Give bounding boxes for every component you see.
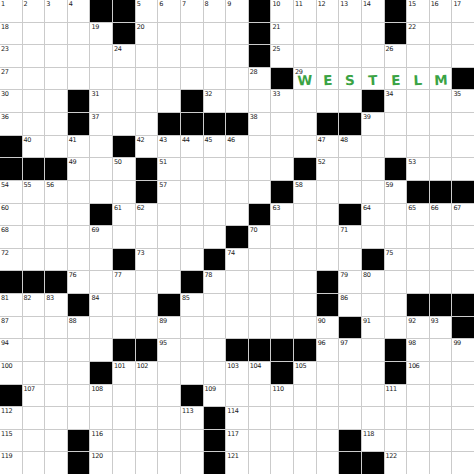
cell-r5-c19[interactable] [430,113,452,135]
cell-r6-c6[interactable]: 42 [136,136,158,158]
cell-r16-c9[interactable] [204,362,226,384]
cell-r19-c13[interactable] [294,430,316,452]
cell-r13-c11[interactable] [249,294,271,316]
cell-r7-c8[interactable] [181,158,203,180]
cell-r14-c7[interactable]: 89 [158,317,180,339]
cell-r8-c5[interactable] [113,181,135,203]
cell-r14-c9[interactable] [204,317,226,339]
cell-r3-c11[interactable]: 28 [249,68,271,90]
cell-r16-c14[interactable] [317,362,339,384]
cell-r2-c18[interactable] [407,45,429,67]
cell-r16-c18[interactable]: 106 [407,362,429,384]
cell-r20-c0[interactable]: 119 [0,452,22,474]
cell-r17-c16[interactable] [362,385,384,407]
cell-r5-c11[interactable]: 38 [249,113,271,135]
cell-r0-c10[interactable]: 9 [226,0,248,22]
cell-r4-c5[interactable] [113,90,135,112]
cell-r2-c0[interactable]: 23 [0,45,22,67]
cell-r16-c0[interactable]: 100 [0,362,22,384]
cell-r12-c11[interactable] [249,271,271,293]
cell-r11-c8[interactable] [181,249,203,271]
cell-r8-c7[interactable]: 57 [158,181,180,203]
cell-r13-c13[interactable] [294,294,316,316]
cell-r6-c20[interactable] [452,136,474,158]
cell-r13-c9[interactable] [204,294,226,316]
cell-r9-c18[interactable]: 65 [407,204,429,226]
cell-r6-c4[interactable] [90,136,112,158]
cell-r9-c0[interactable]: 60 [0,204,22,226]
cell-r16-c10[interactable]: 103 [226,362,248,384]
cell-r6-c12[interactable] [271,136,293,158]
cell-r19-c16[interactable]: 118 [362,430,384,452]
cell-r2-c6[interactable] [136,45,158,67]
cell-r20-c11[interactable] [249,452,271,474]
cell-r2-c9[interactable] [204,45,226,67]
cell-r10-c15[interactable]: 71 [339,226,361,248]
cell-r9-c1[interactable] [23,204,45,226]
cell-r9-c10[interactable] [226,204,248,226]
cell-r15-c18[interactable]: 98 [407,339,429,361]
cell-r10-c18[interactable] [407,226,429,248]
cell-r14-c2[interactable] [45,317,67,339]
cell-r11-c6[interactable]: 73 [136,249,158,271]
cell-r15-c19[interactable] [430,339,452,361]
cell-r18-c4[interactable] [90,407,112,429]
cell-r17-c1[interactable]: 107 [23,385,45,407]
cell-r20-c7[interactable] [158,452,180,474]
cell-r1-c20[interactable] [452,23,474,45]
cell-r6-c9[interactable]: 45 [204,136,226,158]
cell-r12-c6[interactable] [136,271,158,293]
cell-r0-c14[interactable]: 12 [317,0,339,22]
cell-r3-c1[interactable] [23,68,45,90]
cell-r17-c2[interactable] [45,385,67,407]
cell-r6-c7[interactable]: 43 [158,136,180,158]
cell-r3-c0[interactable]: 27 [0,68,22,90]
cell-r2-c10[interactable] [226,45,248,67]
cell-r6-c13[interactable] [294,136,316,158]
cell-r0-c15[interactable]: 13 [339,0,361,22]
cell-r16-c2[interactable] [45,362,67,384]
cell-r6-c1[interactable]: 40 [23,136,45,158]
cell-r6-c18[interactable] [407,136,429,158]
cell-r1-c15[interactable] [339,23,361,45]
cell-r14-c3[interactable]: 88 [68,317,90,339]
cell-r2-c17[interactable]: 26 [385,45,407,67]
cell-r17-c7[interactable] [158,385,180,407]
cell-r18-c15[interactable] [339,407,361,429]
cell-r9-c14[interactable] [317,204,339,226]
cell-r5-c6[interactable] [136,113,158,135]
cell-r15-c20[interactable]: 99 [452,339,474,361]
cell-r9-c2[interactable] [45,204,67,226]
cell-r2-c13[interactable] [294,45,316,67]
cell-r19-c18[interactable] [407,430,429,452]
cell-r18-c13[interactable] [294,407,316,429]
cell-r18-c5[interactable] [113,407,135,429]
cell-r17-c15[interactable] [339,385,361,407]
cell-r12-c20[interactable] [452,271,474,293]
cell-r11-c1[interactable] [23,249,45,271]
cell-r18-c1[interactable] [23,407,45,429]
cell-r11-c18[interactable] [407,249,429,271]
cell-r3-c19[interactable]: M [430,68,452,90]
cell-r12-c12[interactable] [271,271,293,293]
cell-r15-c14[interactable]: 96 [317,339,339,361]
cell-r0-c18[interactable]: 15 [407,0,429,22]
cell-r14-c12[interactable] [271,317,293,339]
cell-r10-c17[interactable] [385,226,407,248]
cell-r14-c10[interactable] [226,317,248,339]
cell-r10-c16[interactable] [362,226,384,248]
cell-r2-c3[interactable] [68,45,90,67]
cell-r20-c8[interactable] [181,452,203,474]
cell-r9-c7[interactable] [158,204,180,226]
cell-r1-c0[interactable]: 18 [0,23,22,45]
cell-r18-c0[interactable]: 112 [0,407,22,429]
cell-r6-c15[interactable]: 48 [339,136,361,158]
cell-r12-c5[interactable]: 77 [113,271,135,293]
cell-r0-c7[interactable]: 6 [158,0,180,22]
cell-r3-c13[interactable]: 29W [294,68,316,90]
cell-r19-c14[interactable] [317,430,339,452]
cell-r7-c9[interactable] [204,158,226,180]
cell-r0-c20[interactable]: 17 [452,0,474,22]
cell-r19-c5[interactable] [113,430,135,452]
cell-r19-c1[interactable] [23,430,45,452]
cell-r5-c4[interactable]: 37 [90,113,112,135]
cell-r7-c16[interactable] [362,158,384,180]
cell-r16-c13[interactable]: 105 [294,362,316,384]
cell-r1-c16[interactable] [362,23,384,45]
cell-r4-c14[interactable] [317,90,339,112]
cell-r1-c2[interactable] [45,23,67,45]
cell-r0-c8[interactable]: 7 [181,0,203,22]
cell-r17-c17[interactable]: 111 [385,385,407,407]
cell-r2-c4[interactable] [90,45,112,67]
cell-r7-c20[interactable] [452,158,474,180]
cell-r14-c17[interactable] [385,317,407,339]
cell-r10-c20[interactable] [452,226,474,248]
cell-r13-c10[interactable] [226,294,248,316]
cell-r14-c18[interactable]: 92 [407,317,429,339]
cell-r4-c17[interactable]: 34 [385,90,407,112]
cell-r8-c10[interactable] [226,181,248,203]
cell-r2-c19[interactable] [430,45,452,67]
cell-r19-c8[interactable] [181,430,203,452]
cell-r19-c11[interactable] [249,430,271,452]
cell-r14-c19[interactable]: 93 [430,317,452,339]
cell-r3-c10[interactable] [226,68,248,90]
cell-r7-c7[interactable]: 51 [158,158,180,180]
cell-r3-c18[interactable]: L [407,68,429,90]
cell-r15-c1[interactable] [23,339,45,361]
cell-r5-c2[interactable] [45,113,67,135]
cell-r2-c14[interactable] [317,45,339,67]
cell-r15-c8[interactable] [181,339,203,361]
cell-r16-c20[interactable] [452,362,474,384]
cell-r12-c13[interactable] [294,271,316,293]
cell-r2-c20[interactable] [452,45,474,67]
cell-r10-c7[interactable] [158,226,180,248]
cell-r0-c12[interactable]: 10 [271,0,293,22]
cell-r13-c8[interactable]: 85 [181,294,203,316]
cell-r12-c3[interactable]: 76 [68,271,90,293]
cell-r16-c1[interactable] [23,362,45,384]
cell-r3-c5[interactable] [113,68,135,90]
cell-r7-c18[interactable]: 53 [407,158,429,180]
cell-r3-c2[interactable] [45,68,67,90]
cell-r8-c16[interactable] [362,181,384,203]
cell-r19-c20[interactable] [452,430,474,452]
cell-r1-c3[interactable] [68,23,90,45]
cell-r17-c4[interactable]: 108 [90,385,112,407]
cell-r11-c13[interactable] [294,249,316,271]
cell-r14-c6[interactable] [136,317,158,339]
cell-r4-c10[interactable] [226,90,248,112]
cell-r20-c17[interactable]: 122 [385,452,407,474]
cell-r11-c2[interactable] [45,249,67,271]
cell-r7-c14[interactable]: 52 [317,158,339,180]
cell-r0-c6[interactable]: 5 [136,0,158,22]
cell-r0-c16[interactable]: 14 [362,0,384,22]
cell-r15-c0[interactable]: 94 [0,339,22,361]
cell-r5-c0[interactable]: 36 [0,113,22,135]
cell-r3-c15[interactable]: S [339,68,361,90]
cell-r0-c1[interactable]: 2 [23,0,45,22]
cell-r9-c5[interactable]: 61 [113,204,135,226]
cell-r13-c0[interactable]: 81 [0,294,22,316]
cell-r3-c6[interactable] [136,68,158,90]
cell-r16-c6[interactable]: 102 [136,362,158,384]
cell-r4-c6[interactable] [136,90,158,112]
cell-r18-c19[interactable] [430,407,452,429]
cell-r11-c10[interactable]: 74 [226,249,248,271]
cell-r1-c4[interactable]: 19 [90,23,112,45]
cell-r19-c4[interactable]: 116 [90,430,112,452]
cell-r2-c7[interactable] [158,45,180,67]
cell-r10-c11[interactable]: 70 [249,226,271,248]
cell-r11-c4[interactable] [90,249,112,271]
cell-r11-c20[interactable] [452,249,474,271]
cell-r10-c14[interactable] [317,226,339,248]
cell-r17-c12[interactable]: 110 [271,385,293,407]
cell-r16-c15[interactable] [339,362,361,384]
cell-r6-c16[interactable] [362,136,384,158]
cell-r17-c14[interactable] [317,385,339,407]
cell-r6-c11[interactable] [249,136,271,158]
cell-r10-c1[interactable] [23,226,45,248]
cell-r13-c16[interactable] [362,294,384,316]
cell-r8-c0[interactable]: 54 [0,181,22,203]
cell-r7-c4[interactable] [90,158,112,180]
cell-r4-c18[interactable] [407,90,429,112]
cell-r3-c17[interactable]: E [385,68,407,90]
cell-r4-c0[interactable]: 30 [0,90,22,112]
cell-r19-c7[interactable] [158,430,180,452]
cell-r2-c5[interactable]: 24 [113,45,135,67]
cell-r3-c14[interactable]: E [317,68,339,90]
cell-r0-c2[interactable]: 3 [45,0,67,22]
cell-r19-c6[interactable] [136,430,158,452]
cell-r18-c8[interactable]: 113 [181,407,203,429]
cell-r19-c0[interactable]: 115 [0,430,22,452]
cell-r5-c16[interactable]: 39 [362,113,384,135]
cell-r18-c12[interactable] [271,407,293,429]
cell-r5-c12[interactable] [271,113,293,135]
cell-r12-c17[interactable] [385,271,407,293]
cell-r19-c12[interactable] [271,430,293,452]
cell-r7-c5[interactable]: 50 [113,158,135,180]
cell-r14-c1[interactable] [23,317,45,339]
cell-r8-c9[interactable] [204,181,226,203]
cell-r20-c5[interactable] [113,452,135,474]
cell-r17-c3[interactable] [68,385,90,407]
cell-r1-c14[interactable] [317,23,339,45]
cell-r13-c17[interactable] [385,294,407,316]
cell-r8-c11[interactable] [249,181,271,203]
cell-r0-c13[interactable]: 11 [294,0,316,22]
cell-r13-c15[interactable]: 86 [339,294,361,316]
cell-r14-c14[interactable]: 90 [317,317,339,339]
cell-r11-c17[interactable]: 75 [385,249,407,271]
cell-r8-c15[interactable] [339,181,361,203]
cell-r17-c20[interactable] [452,385,474,407]
cell-r15-c16[interactable] [362,339,384,361]
cell-r6-c14[interactable]: 47 [317,136,339,158]
cell-r4-c11[interactable] [249,90,271,112]
cell-r7-c19[interactable] [430,158,452,180]
cell-r16-c19[interactable] [430,362,452,384]
cell-r18-c18[interactable] [407,407,429,429]
cell-r20-c18[interactable] [407,452,429,474]
cell-r6-c17[interactable] [385,136,407,158]
cell-r2-c12[interactable]: 25 [271,45,293,67]
cell-r9-c3[interactable] [68,204,90,226]
cell-r19-c17[interactable] [385,430,407,452]
cell-r9-c8[interactable] [181,204,203,226]
cell-r20-c12[interactable] [271,452,293,474]
cell-r1-c7[interactable] [158,23,180,45]
cell-r10-c19[interactable] [430,226,452,248]
cell-r10-c0[interactable]: 68 [0,226,22,248]
cell-r18-c16[interactable] [362,407,384,429]
cell-r17-c19[interactable] [430,385,452,407]
cell-r6-c8[interactable]: 44 [181,136,203,158]
cell-r10-c8[interactable] [181,226,203,248]
cell-r20-c14[interactable] [317,452,339,474]
cell-r20-c13[interactable] [294,452,316,474]
cell-r12-c9[interactable]: 78 [204,271,226,293]
cell-r10-c6[interactable] [136,226,158,248]
cell-r20-c10[interactable]: 121 [226,452,248,474]
cell-r9-c16[interactable]: 64 [362,204,384,226]
cell-r3-c9[interactable] [204,68,226,90]
cell-r15-c9[interactable] [204,339,226,361]
cell-r5-c18[interactable] [407,113,429,135]
cell-r8-c4[interactable] [90,181,112,203]
cell-r12-c18[interactable] [407,271,429,293]
cell-r15-c15[interactable]: 97 [339,339,361,361]
cell-r17-c13[interactable] [294,385,316,407]
cell-r13-c1[interactable]: 82 [23,294,45,316]
cell-r10-c13[interactable] [294,226,316,248]
cell-r9-c12[interactable]: 63 [271,204,293,226]
cell-r20-c19[interactable] [430,452,452,474]
cell-r18-c6[interactable] [136,407,158,429]
cell-r9-c13[interactable] [294,204,316,226]
cell-r6-c2[interactable] [45,136,67,158]
cell-r5-c5[interactable] [113,113,135,135]
cell-r2-c1[interactable] [23,45,45,67]
cell-r4-c1[interactable] [23,90,45,112]
cell-r8-c3[interactable] [68,181,90,203]
cell-r1-c18[interactable]: 22 [407,23,429,45]
cell-r1-c13[interactable] [294,23,316,45]
cell-r4-c2[interactable] [45,90,67,112]
cell-r15-c3[interactable] [68,339,90,361]
cell-r3-c16[interactable]: T [362,68,384,90]
cell-r16-c8[interactable] [181,362,203,384]
cell-r12-c10[interactable] [226,271,248,293]
cell-r18-c17[interactable] [385,407,407,429]
cell-r15-c2[interactable] [45,339,67,361]
cell-r17-c9[interactable]: 109 [204,385,226,407]
cell-r14-c0[interactable]: 87 [0,317,22,339]
cell-r12-c15[interactable]: 79 [339,271,361,293]
cell-r17-c18[interactable] [407,385,429,407]
cell-r14-c16[interactable]: 91 [362,317,384,339]
cell-r7-c15[interactable] [339,158,361,180]
cell-r9-c20[interactable]: 67 [452,204,474,226]
cell-r11-c12[interactable] [271,249,293,271]
cell-r17-c5[interactable] [113,385,135,407]
cell-r6-c3[interactable]: 41 [68,136,90,158]
cell-r3-c3[interactable] [68,68,90,90]
cell-r7-c3[interactable]: 49 [68,158,90,180]
cell-r10-c5[interactable] [113,226,135,248]
cell-r9-c6[interactable]: 62 [136,204,158,226]
cell-r11-c11[interactable] [249,249,271,271]
cell-r16-c3[interactable] [68,362,90,384]
cell-r15-c7[interactable]: 95 [158,339,180,361]
cell-r4-c7[interactable] [158,90,180,112]
cell-r2-c2[interactable] [45,45,67,67]
cell-r11-c14[interactable] [317,249,339,271]
cell-r3-c7[interactable] [158,68,180,90]
cell-r0-c0[interactable]: 1 [0,0,22,22]
cell-r8-c8[interactable] [181,181,203,203]
cell-r8-c1[interactable]: 55 [23,181,45,203]
cell-r2-c16[interactable] [362,45,384,67]
cell-r16-c7[interactable] [158,362,180,384]
cell-r9-c17[interactable] [385,204,407,226]
cell-r14-c8[interactable] [181,317,203,339]
cell-r16-c16[interactable] [362,362,384,384]
cell-r20-c4[interactable]: 120 [90,452,112,474]
cell-r16-c11[interactable]: 104 [249,362,271,384]
cell-r17-c10[interactable] [226,385,248,407]
cell-r10-c3[interactable] [68,226,90,248]
cell-r18-c7[interactable] [158,407,180,429]
cell-r5-c13[interactable] [294,113,316,135]
cell-r20-c20[interactable] [452,452,474,474]
cell-r1-c1[interactable] [23,23,45,45]
cell-r4-c20[interactable]: 35 [452,90,474,112]
cell-r10-c9[interactable] [204,226,226,248]
cell-r5-c20[interactable] [452,113,474,135]
cell-r19-c2[interactable] [45,430,67,452]
